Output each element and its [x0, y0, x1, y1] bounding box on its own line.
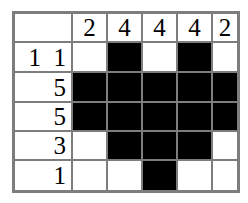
- row-clue-1: 1 1: [15, 43, 71, 71]
- cell-r5-c5[interactable]: [213, 161, 237, 190]
- cell-r5-c4[interactable]: [178, 161, 211, 190]
- cell-r4-c2[interactable]: [108, 132, 141, 159]
- cell-r3-c2[interactable]: [108, 103, 141, 130]
- cell-r5-c3[interactable]: [143, 161, 176, 190]
- cell-r4-c4[interactable]: [178, 132, 211, 159]
- cell-r2-c1[interactable]: [73, 73, 106, 101]
- cell-r3-c1[interactable]: [73, 103, 106, 130]
- nonogram-board: 244421 15531: [12, 11, 240, 193]
- cell-r2-c5[interactable]: [213, 73, 237, 101]
- cell-r4-c5[interactable]: [213, 132, 237, 159]
- col-clue-1: 2: [73, 14, 106, 41]
- row-clue-3: 5: [15, 103, 71, 130]
- col-clue-5: 2: [213, 14, 237, 41]
- cell-r3-c4[interactable]: [178, 103, 211, 130]
- cell-r5-c1[interactable]: [73, 161, 106, 190]
- row-clue-5: 1: [15, 161, 71, 190]
- cell-r1-c3[interactable]: [143, 43, 176, 71]
- cell-r1-c5[interactable]: [213, 43, 237, 71]
- page-background: 244421 15531: [0, 0, 248, 193]
- cell-r3-c3[interactable]: [143, 103, 176, 130]
- cell-r4-c1[interactable]: [73, 132, 106, 159]
- cell-r1-c2[interactable]: [108, 43, 141, 71]
- col-clue-3: 4: [143, 14, 176, 41]
- cell-r2-c2[interactable]: [108, 73, 141, 101]
- col-clue-4: 4: [178, 14, 211, 41]
- col-clue-2: 4: [108, 14, 141, 41]
- cell-r3-c5[interactable]: [213, 103, 237, 130]
- cell-r4-c3[interactable]: [143, 132, 176, 159]
- cell-r5-c2[interactable]: [108, 161, 141, 190]
- cell-r2-c4[interactable]: [178, 73, 211, 101]
- cell-r2-c3[interactable]: [143, 73, 176, 101]
- corner-cell: [15, 14, 71, 41]
- row-clue-2: 5: [15, 73, 71, 101]
- cell-r1-c1[interactable]: [73, 43, 106, 71]
- row-clue-4: 3: [15, 132, 71, 159]
- cell-r1-c4[interactable]: [178, 43, 211, 71]
